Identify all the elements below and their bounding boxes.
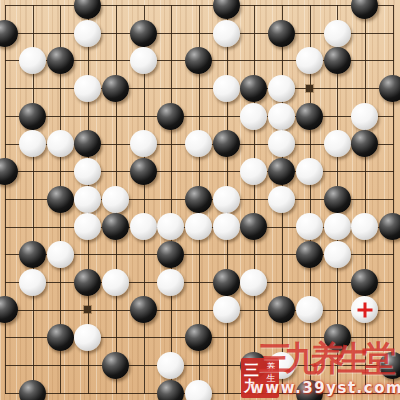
intersection-6-12	[129, 296, 157, 324]
intersection-10-8	[240, 185, 268, 213]
black-stone	[157, 380, 184, 400]
intersection-15-3	[379, 47, 400, 75]
white-stone	[74, 75, 101, 102]
intersection-7-7	[157, 158, 185, 186]
black-stone	[47, 47, 74, 74]
intersection-5-10	[102, 241, 130, 269]
black-stone	[324, 47, 351, 74]
intersection-9-8	[212, 185, 240, 213]
white-stone	[324, 241, 351, 268]
white-stone	[351, 103, 378, 130]
intersection-10-4	[240, 75, 268, 103]
intersection-13-11	[323, 268, 351, 296]
intersection-11-4	[268, 75, 296, 103]
last-move-marker	[357, 302, 372, 317]
intersection-1-2	[0, 19, 19, 47]
intersection-7-5	[157, 102, 185, 130]
intersection-1-15	[0, 379, 19, 400]
intersection-2-13	[19, 324, 47, 352]
intersection-12-4	[296, 75, 324, 103]
white-stone	[157, 269, 184, 296]
intersection-2-3	[19, 47, 47, 75]
intersection-9-14	[212, 352, 240, 380]
white-stone	[19, 130, 46, 157]
black-stone	[268, 296, 295, 323]
intersection-6-1	[129, 0, 157, 19]
intersection-11-1	[268, 0, 296, 19]
white-stone	[324, 20, 351, 47]
intersection-13-5	[323, 102, 351, 130]
intersection-6-15	[129, 379, 157, 400]
watermark-script-text: 三九养生堂	[258, 336, 388, 382]
intersection-4-14	[74, 352, 102, 380]
intersection-5-3	[102, 47, 130, 75]
intersection-13-6	[323, 130, 351, 158]
white-stone	[102, 269, 129, 296]
intersection-8-6	[185, 130, 213, 158]
intersection-9-5	[212, 102, 240, 130]
go-board: 三 九 养 生 堂 三九养生堂 www.39yst.com	[0, 0, 400, 400]
intersection-11-8	[268, 185, 296, 213]
intersection-3-5	[46, 102, 74, 130]
intersection-15-1	[379, 0, 400, 19]
intersection-9-4	[212, 75, 240, 103]
white-stone	[19, 47, 46, 74]
intersection-15-9	[379, 213, 400, 241]
intersection-12-11	[296, 268, 324, 296]
intersection-12-6	[296, 130, 324, 158]
black-stone	[130, 296, 157, 323]
intersection-2-14	[19, 352, 47, 380]
intersection-7-14	[157, 352, 185, 380]
intersection-4-6	[74, 130, 102, 158]
intersection-5-14	[102, 352, 130, 380]
intersection-7-11	[157, 268, 185, 296]
intersection-4-2	[74, 19, 102, 47]
black-stone	[268, 20, 295, 47]
intersection-10-10	[240, 241, 268, 269]
intersection-4-5	[74, 102, 102, 130]
intersection-4-1	[74, 0, 102, 19]
intersection-14-5	[351, 102, 379, 130]
intersection-13-12	[323, 296, 351, 324]
intersection-4-7	[74, 158, 102, 186]
intersection-7-15	[157, 379, 185, 400]
intersection-1-11	[0, 268, 19, 296]
intersection-9-15	[212, 379, 240, 400]
intersection-9-2	[212, 19, 240, 47]
black-stone	[185, 47, 212, 74]
intersection-6-6	[129, 130, 157, 158]
black-stone	[296, 241, 323, 268]
intersection-11-10	[268, 241, 296, 269]
intersection-6-14	[129, 352, 157, 380]
intersection-5-6	[102, 130, 130, 158]
intersection-7-1	[157, 0, 185, 19]
intersection-13-1	[323, 0, 351, 19]
intersection-2-2	[19, 19, 47, 47]
white-stone	[130, 47, 157, 74]
white-stone	[296, 213, 323, 240]
black-stone	[74, 0, 101, 19]
black-stone	[268, 158, 295, 185]
intersection-15-11	[379, 268, 400, 296]
intersection-6-4	[129, 75, 157, 103]
intersection-2-10	[19, 241, 47, 269]
black-stone	[157, 241, 184, 268]
white-stone	[157, 213, 184, 240]
intersection-4-10	[74, 241, 102, 269]
white-stone	[74, 324, 101, 351]
white-stone	[351, 296, 378, 323]
black-stone	[240, 75, 267, 102]
watermark-url-text: www.39yst.com	[250, 379, 400, 397]
intersection-1-14	[0, 352, 19, 380]
intersection-11-12	[268, 296, 296, 324]
intersection-6-13	[129, 324, 157, 352]
white-stone	[213, 213, 240, 240]
white-stone	[74, 186, 101, 213]
intersection-8-10	[185, 241, 213, 269]
black-stone	[157, 103, 184, 130]
white-stone	[324, 213, 351, 240]
intersection-9-3	[212, 47, 240, 75]
intersection-11-9	[268, 213, 296, 241]
white-stone	[47, 241, 74, 268]
intersection-9-13	[212, 324, 240, 352]
black-stone	[324, 186, 351, 213]
intersection-14-7	[351, 158, 379, 186]
white-stone	[157, 352, 184, 379]
intersection-6-3	[129, 47, 157, 75]
intersection-2-4	[19, 75, 47, 103]
intersection-3-10	[46, 241, 74, 269]
intersection-7-9	[157, 213, 185, 241]
intersection-3-15	[46, 379, 74, 400]
intersection-6-9	[129, 213, 157, 241]
black-stone	[130, 158, 157, 185]
intersection-4-9	[74, 213, 102, 241]
white-stone	[185, 130, 212, 157]
intersection-1-3	[0, 47, 19, 75]
intersection-9-7	[212, 158, 240, 186]
white-stone	[74, 20, 101, 47]
black-stone	[351, 130, 378, 157]
intersection-11-3	[268, 47, 296, 75]
intersection-6-10	[129, 241, 157, 269]
intersection-6-8	[129, 185, 157, 213]
black-stone	[19, 103, 46, 130]
white-stone	[296, 296, 323, 323]
intersection-5-9	[102, 213, 130, 241]
intersection-12-12	[296, 296, 324, 324]
black-stone	[379, 213, 400, 240]
intersection-10-1	[240, 0, 268, 19]
intersection-11-11	[268, 268, 296, 296]
intersection-2-6	[19, 130, 47, 158]
intersection-13-4	[323, 75, 351, 103]
intersection-4-15	[74, 379, 102, 400]
intersection-10-5	[240, 102, 268, 130]
black-stone	[0, 296, 18, 323]
white-stone	[296, 158, 323, 185]
white-stone	[19, 269, 46, 296]
black-stone	[130, 20, 157, 47]
intersection-3-2	[46, 19, 74, 47]
intersection-1-9	[0, 213, 19, 241]
intersection-8-4	[185, 75, 213, 103]
intersection-13-8	[323, 185, 351, 213]
black-stone	[351, 0, 378, 19]
intersection-11-6	[268, 130, 296, 158]
intersection-12-8	[296, 185, 324, 213]
intersection-14-12	[351, 296, 379, 324]
intersection-8-3	[185, 47, 213, 75]
intersection-10-2	[240, 19, 268, 47]
intersection-5-1	[102, 0, 130, 19]
white-stone	[268, 75, 295, 102]
intersection-5-13	[102, 324, 130, 352]
black-stone	[0, 158, 18, 185]
intersection-4-11	[74, 268, 102, 296]
intersection-4-12	[74, 296, 102, 324]
intersection-8-7	[185, 158, 213, 186]
black-stone	[47, 186, 74, 213]
intersection-1-8	[0, 185, 19, 213]
intersection-5-2	[102, 19, 130, 47]
intersection-6-11	[129, 268, 157, 296]
intersection-3-14	[46, 352, 74, 380]
intersection-8-15	[185, 379, 213, 400]
white-stone	[213, 75, 240, 102]
intersection-8-9	[185, 213, 213, 241]
black-stone	[185, 324, 212, 351]
intersection-6-5	[129, 102, 157, 130]
black-stone	[213, 0, 240, 19]
intersection-1-6	[0, 130, 19, 158]
black-stone	[19, 380, 46, 400]
intersection-4-8	[74, 185, 102, 213]
intersection-4-4	[74, 75, 102, 103]
white-stone	[268, 103, 295, 130]
intersection-12-5	[296, 102, 324, 130]
black-stone	[185, 186, 212, 213]
intersection-3-6	[46, 130, 74, 158]
black-stone	[102, 352, 129, 379]
intersection-13-3	[323, 47, 351, 75]
white-stone	[102, 186, 129, 213]
intersection-10-7	[240, 158, 268, 186]
intersection-13-9	[323, 213, 351, 241]
intersection-15-8	[379, 185, 400, 213]
intersection-5-8	[102, 185, 130, 213]
intersection-14-3	[351, 47, 379, 75]
intersection-3-7	[46, 158, 74, 186]
white-stone	[74, 158, 101, 185]
intersection-12-2	[296, 19, 324, 47]
intersection-3-3	[46, 47, 74, 75]
intersection-10-3	[240, 47, 268, 75]
intersection-2-7	[19, 158, 47, 186]
intersection-10-12	[240, 296, 268, 324]
intersection-9-1	[212, 0, 240, 19]
white-stone	[296, 47, 323, 74]
black-stone	[213, 269, 240, 296]
intersection-2-8	[19, 185, 47, 213]
intersection-4-3	[74, 47, 102, 75]
white-stone	[324, 130, 351, 157]
intersection-1-7	[0, 158, 19, 186]
white-stone	[185, 213, 212, 240]
intersection-15-5	[379, 102, 400, 130]
intersection-13-10	[323, 241, 351, 269]
intersection-5-12	[102, 296, 130, 324]
intersection-8-14	[185, 352, 213, 380]
intersection-12-9	[296, 213, 324, 241]
white-stone	[74, 213, 101, 240]
intersection-9-10	[212, 241, 240, 269]
black-stone	[19, 241, 46, 268]
intersection-8-12	[185, 296, 213, 324]
white-stone	[351, 213, 378, 240]
intersection-15-10	[379, 241, 400, 269]
black-stone	[240, 213, 267, 240]
intersection-4-13	[74, 324, 102, 352]
intersection-14-2	[351, 19, 379, 47]
black-stone	[351, 269, 378, 296]
intersection-2-11	[19, 268, 47, 296]
intersection-14-4	[351, 75, 379, 103]
intersection-7-4	[157, 75, 185, 103]
intersection-12-7	[296, 158, 324, 186]
intersection-2-9	[19, 213, 47, 241]
white-stone	[213, 186, 240, 213]
black-stone	[74, 130, 101, 157]
intersection-1-13	[0, 324, 19, 352]
black-stone	[379, 75, 400, 102]
intersection-1-1	[0, 0, 19, 19]
intersection-3-13	[46, 324, 74, 352]
black-stone	[47, 324, 74, 351]
intersection-11-5	[268, 102, 296, 130]
intersection-8-5	[185, 102, 213, 130]
white-stone	[213, 20, 240, 47]
intersection-2-15	[19, 379, 47, 400]
intersection-14-6	[351, 130, 379, 158]
intersection-9-11	[212, 268, 240, 296]
intersection-2-1	[19, 0, 47, 19]
intersection-5-11	[102, 268, 130, 296]
black-stone	[102, 75, 129, 102]
intersection-8-13	[185, 324, 213, 352]
intersection-14-8	[351, 185, 379, 213]
white-stone	[268, 186, 295, 213]
intersection-12-3	[296, 47, 324, 75]
black-stone	[102, 213, 129, 240]
white-stone	[240, 158, 267, 185]
intersection-15-4	[379, 75, 400, 103]
intersection-3-8	[46, 185, 74, 213]
intersection-5-5	[102, 102, 130, 130]
black-stone	[74, 269, 101, 296]
intersection-2-12	[19, 296, 47, 324]
intersection-8-1	[185, 0, 213, 19]
intersection-1-10	[0, 241, 19, 269]
intersection-5-4	[102, 75, 130, 103]
intersection-7-13	[157, 324, 185, 352]
intersection-14-1	[351, 0, 379, 19]
white-stone	[130, 130, 157, 157]
intersection-12-1	[296, 0, 324, 19]
intersection-5-7	[102, 158, 130, 186]
intersection-10-9	[240, 213, 268, 241]
white-stone	[130, 213, 157, 240]
intersection-7-10	[157, 241, 185, 269]
intersection-3-4	[46, 75, 74, 103]
intersection-3-1	[46, 0, 74, 19]
intersection-3-9	[46, 213, 74, 241]
intersection-8-8	[185, 185, 213, 213]
white-stone	[240, 103, 267, 130]
intersection-6-2	[129, 19, 157, 47]
intersection-10-11	[240, 268, 268, 296]
intersection-3-11	[46, 268, 74, 296]
white-stone	[185, 380, 212, 400]
intersection-7-6	[157, 130, 185, 158]
intersection-14-11	[351, 268, 379, 296]
intersection-3-12	[46, 296, 74, 324]
intersection-2-5	[19, 102, 47, 130]
intersection-15-7	[379, 158, 400, 186]
intersection-12-10	[296, 241, 324, 269]
intersection-8-11	[185, 268, 213, 296]
intersection-9-12	[212, 296, 240, 324]
black-stone	[296, 103, 323, 130]
intersection-14-9	[351, 213, 379, 241]
intersection-9-9	[212, 213, 240, 241]
white-stone	[47, 130, 74, 157]
intersection-7-2	[157, 19, 185, 47]
white-stone	[213, 296, 240, 323]
intersection-10-6	[240, 130, 268, 158]
intersection-5-15	[102, 379, 130, 400]
intersection-9-6	[212, 130, 240, 158]
intersection-1-5	[0, 102, 19, 130]
intersection-15-2	[379, 19, 400, 47]
intersection-11-7	[268, 158, 296, 186]
star-point	[84, 306, 91, 313]
intersection-7-12	[157, 296, 185, 324]
intersection-1-12	[0, 296, 19, 324]
intersection-13-7	[323, 158, 351, 186]
intersection-14-10	[351, 241, 379, 269]
intersection-15-6	[379, 130, 400, 158]
intersection-1-4	[0, 75, 19, 103]
intersection-7-3	[157, 47, 185, 75]
intersection-13-2	[323, 19, 351, 47]
white-stone	[268, 130, 295, 157]
black-stone	[0, 20, 18, 47]
intersection-15-12	[379, 296, 400, 324]
intersection-7-8	[157, 185, 185, 213]
black-stone	[213, 130, 240, 157]
intersection-11-2	[268, 19, 296, 47]
star-point	[306, 85, 313, 92]
intersection-6-7	[129, 158, 157, 186]
intersection-8-2	[185, 19, 213, 47]
white-stone	[240, 269, 267, 296]
